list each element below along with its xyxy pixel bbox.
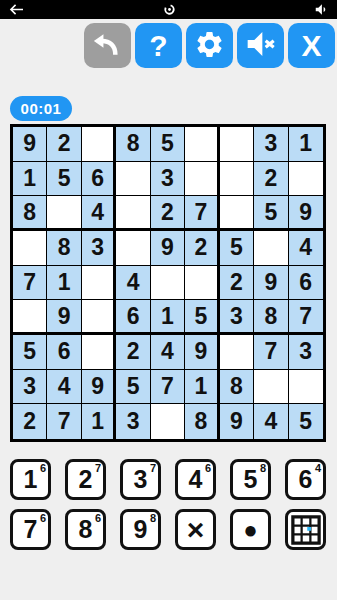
numpad-7-button[interactable]: 76 <box>10 509 51 550</box>
cell-r2c9[interactable] <box>289 162 323 197</box>
cell-r8c2[interactable]: 4 <box>47 370 81 405</box>
cell-r9c3[interactable]: 1 <box>82 404 116 439</box>
back-arrow-icon[interactable] <box>9 3 24 16</box>
cell-r4c8[interactable] <box>254 231 288 266</box>
pen-button[interactable]: ● <box>230 509 271 550</box>
cell-r2c3[interactable]: 6 <box>82 162 116 197</box>
cell-r1c4[interactable]: 8 <box>116 127 150 162</box>
cell-r8c1[interactable]: 3 <box>13 370 47 405</box>
close-button[interactable]: X <box>288 23 335 68</box>
cell-r8c3[interactable]: 9 <box>82 370 116 405</box>
numpad-9-button[interactable]: 98 <box>120 509 161 550</box>
cell-r4c1[interactable] <box>13 231 47 266</box>
cell-r4c5[interactable]: 9 <box>151 231 185 266</box>
numpad-count-badge: 7 <box>150 462 156 474</box>
cell-r8c9[interactable] <box>289 370 323 405</box>
cell-r6c7[interactable]: 3 <box>220 300 254 335</box>
numpad-8-button[interactable]: 86 <box>65 509 106 550</box>
cell-r9c7[interactable]: 9 <box>220 404 254 439</box>
number-pad-row-2: 768698 × ● <box>10 509 326 550</box>
numpad-digit: 3 <box>134 467 148 492</box>
notes-button[interactable] <box>285 509 326 550</box>
cell-r9c1[interactable]: 2 <box>13 404 47 439</box>
mute-button[interactable] <box>237 23 284 68</box>
cell-r4c9[interactable]: 4 <box>289 231 323 266</box>
numpad-count-badge: 6 <box>95 512 101 524</box>
sudoku-app-screen: ? X 00:01 928531156328427598392547142969… <box>0 0 337 600</box>
cell-r7c2[interactable]: 6 <box>47 335 81 370</box>
cell-r6c1[interactable] <box>13 300 47 335</box>
numpad-digit: 5 <box>244 467 258 492</box>
numpad-digit: 7 <box>24 517 38 542</box>
cell-r5c6[interactable] <box>185 266 219 301</box>
cell-r8c4[interactable]: 5 <box>116 370 150 405</box>
cell-r3c4[interactable] <box>116 196 150 231</box>
cell-r5c7[interactable]: 2 <box>220 266 254 301</box>
cell-r7c3[interactable] <box>82 335 116 370</box>
cell-r7c8[interactable]: 7 <box>254 335 288 370</box>
number-pad: 162737465864 768698 × ● <box>10 459 326 550</box>
gear-icon <box>194 29 225 63</box>
cell-r7c5[interactable]: 4 <box>151 335 185 370</box>
cell-r4c4[interactable] <box>116 231 150 266</box>
cell-r1c6[interactable] <box>185 127 219 162</box>
cell-r1c8[interactable]: 3 <box>254 127 288 162</box>
cell-r4c7[interactable]: 5 <box>220 231 254 266</box>
cell-r5c1[interactable]: 7 <box>13 266 47 301</box>
cell-r4c2[interactable]: 8 <box>47 231 81 266</box>
settings-button[interactable] <box>186 23 233 68</box>
cell-r6c8[interactable]: 8 <box>254 300 288 335</box>
undo-icon <box>92 28 124 63</box>
cell-r2c6[interactable] <box>185 162 219 197</box>
numpad-digit: 8 <box>79 517 93 542</box>
cell-r7c1[interactable]: 5 <box>13 335 47 370</box>
numpad-digit: 4 <box>189 467 203 492</box>
numpad-1-button[interactable]: 16 <box>10 459 51 500</box>
cell-r7c6[interactable]: 9 <box>185 335 219 370</box>
speaker-muted-icon <box>245 29 277 62</box>
help-button[interactable]: ? <box>135 23 182 68</box>
numpad-count-badge: 6 <box>40 512 46 524</box>
toolbar: ? X <box>0 23 335 68</box>
cell-r5c2[interactable]: 1 <box>47 266 81 301</box>
cell-r2c7[interactable] <box>220 162 254 197</box>
numpad-digit: 2 <box>79 467 93 492</box>
numpad-count-badge: 8 <box>260 462 266 474</box>
cell-r1c1[interactable]: 9 <box>13 127 47 162</box>
cell-r9c4[interactable]: 3 <box>116 404 150 439</box>
help-label: ? <box>149 31 167 61</box>
timer-badge: 00:01 <box>10 96 72 121</box>
cell-r6c6[interactable]: 5 <box>185 300 219 335</box>
cell-r2c4[interactable] <box>116 162 150 197</box>
cell-r7c9[interactable]: 3 <box>289 335 323 370</box>
close-label: X <box>301 31 321 61</box>
erase-x-icon: × <box>187 515 205 545</box>
cell-r5c8[interactable]: 9 <box>254 266 288 301</box>
cell-r1c3[interactable] <box>82 127 116 162</box>
numpad-count-badge: 7 <box>95 462 101 474</box>
cell-r4c6[interactable]: 2 <box>185 231 219 266</box>
data-saver-icon <box>163 3 176 16</box>
numpad-4-button[interactable]: 46 <box>175 459 216 500</box>
cell-r1c7[interactable] <box>220 127 254 162</box>
cell-r3c9[interactable]: 9 <box>289 196 323 231</box>
cell-r8c7[interactable]: 8 <box>220 370 254 405</box>
numpad-6-button[interactable]: 64 <box>285 459 326 500</box>
cell-r1c2[interactable]: 2 <box>47 127 81 162</box>
cell-r8c5[interactable]: 7 <box>151 370 185 405</box>
cell-r3c2[interactable] <box>47 196 81 231</box>
cell-r9c6[interactable]: 8 <box>185 404 219 439</box>
cell-r4c3[interactable]: 3 <box>82 231 116 266</box>
numpad-digit: 9 <box>134 517 148 542</box>
cell-r9c8[interactable]: 4 <box>254 404 288 439</box>
numpad-count-badge: 4 <box>315 462 321 474</box>
cell-r3c7[interactable] <box>220 196 254 231</box>
cell-r5c4[interactable]: 4 <box>116 266 150 301</box>
numpad-count-badge: 6 <box>205 462 211 474</box>
cell-r5c5[interactable] <box>151 266 185 301</box>
cell-r3c5[interactable]: 2 <box>151 196 185 231</box>
cell-r2c1[interactable]: 1 <box>13 162 47 197</box>
cell-r5c9[interactable]: 6 <box>289 266 323 301</box>
sudoku-board: 9285311563284275983925471429696153875624… <box>10 124 326 442</box>
volume-icon <box>314 3 328 16</box>
cell-r7c4[interactable]: 2 <box>116 335 150 370</box>
numpad-count-badge: 6 <box>40 462 46 474</box>
cell-r2c5[interactable]: 3 <box>151 162 185 197</box>
numpad-digit: 6 <box>299 467 313 492</box>
cell-r3c8[interactable]: 5 <box>254 196 288 231</box>
cell-r6c2[interactable]: 9 <box>47 300 81 335</box>
undo-button[interactable] <box>84 23 131 68</box>
cell-r8c8[interactable] <box>254 370 288 405</box>
cell-r5c3[interactable] <box>82 266 116 301</box>
status-bar <box>0 0 337 19</box>
numpad-count-badge: 8 <box>150 512 156 524</box>
numpad-3-button[interactable]: 37 <box>120 459 161 500</box>
cell-r6c5[interactable]: 1 <box>151 300 185 335</box>
pen-dot-icon: ● <box>243 518 258 542</box>
cell-r3c1[interactable]: 8 <box>13 196 47 231</box>
cell-r1c9[interactable]: 1 <box>289 127 323 162</box>
cell-r2c2[interactable]: 5 <box>47 162 81 197</box>
cell-r9c5[interactable] <box>151 404 185 439</box>
cell-r6c9[interactable]: 7 <box>289 300 323 335</box>
cell-r9c2[interactable]: 7 <box>47 404 81 439</box>
cell-r9c9[interactable]: 5 <box>289 404 323 439</box>
cell-r3c6[interactable]: 7 <box>185 196 219 231</box>
cell-r8c6[interactable]: 1 <box>185 370 219 405</box>
cell-r1c5[interactable]: 5 <box>151 127 185 162</box>
cell-r7c7[interactable] <box>220 335 254 370</box>
numpad-5-button[interactable]: 58 <box>230 459 271 500</box>
erase-button[interactable]: × <box>175 509 216 550</box>
numpad-digit: 1 <box>24 467 38 492</box>
cell-r6c3[interactable] <box>82 300 116 335</box>
cell-r6c4[interactable]: 6 <box>116 300 150 335</box>
numpad-2-button[interactable]: 27 <box>65 459 106 500</box>
cell-r2c8[interactable]: 2 <box>254 162 288 197</box>
number-pad-row-1: 162737465864 <box>10 459 326 500</box>
notes-grid-icon <box>291 515 321 545</box>
cell-r3c3[interactable]: 4 <box>82 196 116 231</box>
